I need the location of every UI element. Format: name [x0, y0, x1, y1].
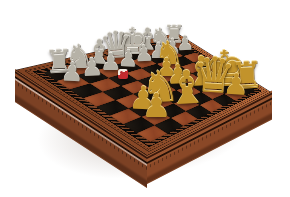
piece-gold-pawn[interactable]: ♟	[223, 69, 250, 99]
red-die[interactable]	[118, 69, 128, 79]
piece-gold-bishop[interactable]: ♝	[165, 64, 208, 112]
chess-set-photo: ♜♞♝♛♚♝♞♜♟♟♟♟♟♟♟♟♞♟♟♟♞♝♟♝♛♚♟♜	[0, 0, 290, 197]
piece-gold-pawn[interactable]: ♟	[141, 89, 171, 122]
pieces-layer: ♜♞♝♛♚♝♞♜♟♟♟♟♟♟♟♟♞♟♟♟♞♝♟♝♛♚♟♜	[0, 0, 290, 197]
die-pip	[120, 71, 123, 74]
piece-silver-pawn[interactable]: ♟	[60, 60, 84, 87]
